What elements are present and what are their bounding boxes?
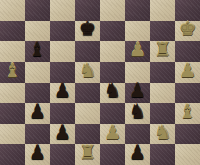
square-g8[interactable]: [150, 0, 175, 21]
square-b6[interactable]: ♝: [25, 41, 50, 62]
white-rook-piece[interactable]: ♜: [154, 40, 171, 59]
white-king-piece[interactable]: ♚: [179, 19, 196, 38]
square-g6[interactable]: ♜: [150, 41, 175, 62]
square-h5[interactable]: ♟: [175, 62, 200, 83]
square-b5[interactable]: [25, 62, 50, 83]
white-bishop-piece[interactable]: ♝: [4, 61, 21, 80]
square-b8[interactable]: [25, 0, 50, 21]
square-d5[interactable]: ♞: [75, 62, 100, 83]
chess-board: ♚♚♝♟♜♝♞♟♟♞♟♟♞♝♟♟♞♟♜♟: [0, 0, 200, 165]
square-a4[interactable]: [0, 83, 25, 104]
square-h7[interactable]: ♚: [175, 21, 200, 42]
square-f3[interactable]: ♞: [125, 103, 150, 124]
white-knight-piece[interactable]: ♞: [154, 123, 171, 142]
black-pawn-piece[interactable]: ♟: [129, 143, 146, 162]
white-pawn-piece[interactable]: ♟: [179, 61, 196, 80]
square-d1[interactable]: ♜: [75, 144, 100, 165]
chess-board-photo: ♚♚♝♟♜♝♞♟♟♞♟♟♞♝♟♟♞♟♜♟: [0, 0, 200, 165]
square-g5[interactable]: [150, 62, 175, 83]
white-rook-piece[interactable]: ♜: [79, 143, 96, 162]
black-pawn-piece[interactable]: ♟: [54, 81, 71, 100]
square-c8[interactable]: [50, 0, 75, 21]
square-f1[interactable]: ♟: [125, 144, 150, 165]
square-a2[interactable]: [0, 124, 25, 145]
black-pawn-piece[interactable]: ♟: [29, 143, 46, 162]
square-d3[interactable]: [75, 103, 100, 124]
black-knight-piece[interactable]: ♞: [129, 102, 146, 121]
black-bishop-piece[interactable]: ♝: [29, 40, 46, 59]
white-bishop-piece[interactable]: ♝: [179, 102, 196, 121]
square-g1[interactable]: [150, 144, 175, 165]
square-e6[interactable]: [100, 41, 125, 62]
square-b3[interactable]: ♟: [25, 103, 50, 124]
square-a8[interactable]: [0, 0, 25, 21]
square-f6[interactable]: ♟: [125, 41, 150, 62]
white-pawn-piece[interactable]: ♟: [129, 40, 146, 59]
square-e8[interactable]: [100, 0, 125, 21]
square-h1[interactable]: [175, 144, 200, 165]
square-d7[interactable]: ♚: [75, 21, 100, 42]
white-knight-piece[interactable]: ♞: [79, 61, 96, 80]
square-e7[interactable]: [100, 21, 125, 42]
square-h3[interactable]: ♝: [175, 103, 200, 124]
black-pawn-piece[interactable]: ♟: [29, 102, 46, 121]
white-pawn-piece[interactable]: ♟: [104, 123, 121, 142]
square-e1[interactable]: [100, 144, 125, 165]
square-e4[interactable]: ♞: [100, 83, 125, 104]
square-d4[interactable]: [75, 83, 100, 104]
square-g2[interactable]: ♞: [150, 124, 175, 145]
square-c1[interactable]: [50, 144, 75, 165]
square-a3[interactable]: [0, 103, 25, 124]
square-c2[interactable]: ♟: [50, 124, 75, 145]
black-king-piece[interactable]: ♚: [79, 19, 96, 38]
square-a1[interactable]: [0, 144, 25, 165]
square-h2[interactable]: [175, 124, 200, 145]
black-pawn-piece[interactable]: ♟: [129, 81, 146, 100]
square-c4[interactable]: ♟: [50, 83, 75, 104]
black-pawn-piece[interactable]: ♟: [54, 123, 71, 142]
square-c6[interactable]: [50, 41, 75, 62]
square-e2[interactable]: ♟: [100, 124, 125, 145]
square-c7[interactable]: [50, 21, 75, 42]
square-b1[interactable]: ♟: [25, 144, 50, 165]
square-g4[interactable]: [150, 83, 175, 104]
square-a5[interactable]: ♝: [0, 62, 25, 83]
square-f8[interactable]: [125, 0, 150, 21]
square-a7[interactable]: [0, 21, 25, 42]
black-knight-piece[interactable]: ♞: [104, 81, 121, 100]
